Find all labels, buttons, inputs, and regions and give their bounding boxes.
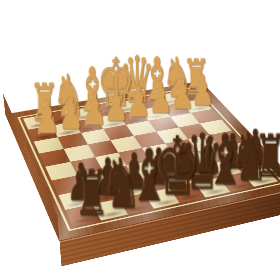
white-pawn[interactable]: ♟: [58, 92, 79, 134]
white-pawn[interactable]: ♟: [126, 81, 147, 122]
white-pawn[interactable]: ♟: [104, 85, 125, 126]
chess-board: ♜♞♝♚♛♝♞♜♟♟♟♟♟♟♟♟♟♟♟♟♟♟♟♟♜♞♝♚♛♝♞♜: [5, 81, 280, 242]
photo-canvas: ♜♞♝♚♛♝♞♜♟♟♟♟♟♟♟♟♟♟♟♟♟♟♟♟♜♞♝♚♛♝♞♜: [0, 0, 280, 280]
black-rook[interactable]: ♜: [74, 164, 99, 223]
white-pawn[interactable]: ♟: [170, 74, 190, 114]
white-pawn[interactable]: ♟: [35, 96, 56, 138]
white-pawn[interactable]: ♟: [81, 89, 102, 131]
scene: ♜♞♝♚♛♝♞♜♟♟♟♟♟♟♟♟♟♟♟♟♟♟♟♟♜♞♝♚♛♝♞♜: [27, 33, 257, 263]
white-pawn[interactable]: ♟: [148, 78, 168, 118]
